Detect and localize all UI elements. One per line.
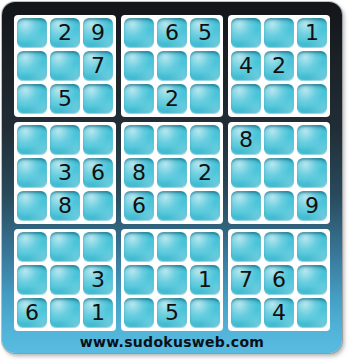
cell-r6c6[interactable]	[190, 191, 220, 221]
cell-r2c7: 4	[231, 51, 261, 81]
cell-r3c1[interactable]	[17, 84, 47, 114]
cell-r7c2[interactable]	[50, 232, 80, 262]
box-1-3: 142	[228, 15, 330, 117]
box-2-2: 826	[121, 122, 223, 224]
cell-r5c6: 2	[190, 158, 220, 188]
box-2-3: 89	[228, 122, 330, 224]
cell-r2c1[interactable]	[17, 51, 47, 81]
cell-r7c7[interactable]	[231, 232, 261, 262]
cell-r8c2[interactable]	[50, 265, 80, 295]
cell-r5c4: 8	[124, 158, 154, 188]
cell-r3c7[interactable]	[231, 84, 261, 114]
cell-r8c7: 7	[231, 265, 261, 295]
cell-r8c8: 6	[264, 265, 294, 295]
cell-r7c4[interactable]	[124, 232, 154, 262]
cell-r7c5[interactable]	[157, 232, 187, 262]
cell-r4c3[interactable]	[83, 125, 113, 155]
cell-r1c3: 9	[83, 18, 113, 48]
sudoku-widget: 29756521423688268936115764 www.sudokuswe…	[2, 2, 342, 353]
cell-r1c8[interactable]	[264, 18, 294, 48]
cell-r3c8[interactable]	[264, 84, 294, 114]
cell-r1c1[interactable]	[17, 18, 47, 48]
cell-r9c9[interactable]	[297, 298, 327, 328]
cell-r8c6: 1	[190, 265, 220, 295]
box-3-1: 361	[14, 229, 116, 331]
cell-r1c4[interactable]	[124, 18, 154, 48]
cell-r9c7[interactable]	[231, 298, 261, 328]
box-3-2: 15	[121, 229, 223, 331]
cell-r3c2: 5	[50, 84, 80, 114]
cell-r3c6[interactable]	[190, 84, 220, 114]
cell-r9c5: 5	[157, 298, 187, 328]
cell-r8c4[interactable]	[124, 265, 154, 295]
cell-r8c9[interactable]	[297, 265, 327, 295]
cell-r5c8[interactable]	[264, 158, 294, 188]
box-1-2: 652	[121, 15, 223, 117]
cell-r5c5[interactable]	[157, 158, 187, 188]
cell-r5c1[interactable]	[17, 158, 47, 188]
cell-r2c3: 7	[83, 51, 113, 81]
cell-r6c5[interactable]	[157, 191, 187, 221]
cell-r9c1: 6	[17, 298, 47, 328]
cell-r2c2[interactable]	[50, 51, 80, 81]
site-link[interactable]: www.sudokusweb.com	[14, 331, 330, 353]
cell-r4c1[interactable]	[17, 125, 47, 155]
cell-r4c2[interactable]	[50, 125, 80, 155]
cell-r5c3: 6	[83, 158, 113, 188]
cell-r6c7[interactable]	[231, 191, 261, 221]
cell-r1c6: 5	[190, 18, 220, 48]
cell-r6c3[interactable]	[83, 191, 113, 221]
cell-r6c1[interactable]	[17, 191, 47, 221]
cell-r4c8[interactable]	[264, 125, 294, 155]
cell-r2c8: 2	[264, 51, 294, 81]
cell-r2c9[interactable]	[297, 51, 327, 81]
cell-r9c6[interactable]	[190, 298, 220, 328]
cell-r1c5: 6	[157, 18, 187, 48]
cell-r4c6[interactable]	[190, 125, 220, 155]
cell-r7c6[interactable]	[190, 232, 220, 262]
cell-r9c4[interactable]	[124, 298, 154, 328]
cell-r7c1[interactable]	[17, 232, 47, 262]
cell-r3c5: 2	[157, 84, 187, 114]
cell-r1c2: 2	[50, 18, 80, 48]
box-2-1: 368	[14, 122, 116, 224]
cell-r2c4[interactable]	[124, 51, 154, 81]
cell-r2c6[interactable]	[190, 51, 220, 81]
box-1-1: 2975	[14, 15, 116, 117]
cell-r3c3[interactable]	[83, 84, 113, 114]
cell-r6c4: 6	[124, 191, 154, 221]
cell-r5c7[interactable]	[231, 158, 261, 188]
cell-r6c9: 9	[297, 191, 327, 221]
cell-r7c9[interactable]	[297, 232, 327, 262]
cell-r2c5[interactable]	[157, 51, 187, 81]
cell-r1c9: 1	[297, 18, 327, 48]
box-3-3: 764	[228, 229, 330, 331]
cell-r7c3[interactable]	[83, 232, 113, 262]
cell-r8c3: 3	[83, 265, 113, 295]
cell-r3c4[interactable]	[124, 84, 154, 114]
cell-r4c7: 8	[231, 125, 261, 155]
cell-r8c1[interactable]	[17, 265, 47, 295]
cell-r4c4[interactable]	[124, 125, 154, 155]
cell-r4c5[interactable]	[157, 125, 187, 155]
cell-r4c9[interactable]	[297, 125, 327, 155]
cell-r7c8[interactable]	[264, 232, 294, 262]
cell-r5c9[interactable]	[297, 158, 327, 188]
cell-r6c2: 8	[50, 191, 80, 221]
cell-r9c2[interactable]	[50, 298, 80, 328]
cell-r3c9[interactable]	[297, 84, 327, 114]
cell-r9c8: 4	[264, 298, 294, 328]
cell-r1c7[interactable]	[231, 18, 261, 48]
cell-r9c3: 1	[83, 298, 113, 328]
sudoku-board: 29756521423688268936115764	[14, 15, 330, 331]
cell-r6c8[interactable]	[264, 191, 294, 221]
cell-r8c5[interactable]	[157, 265, 187, 295]
cell-r5c2: 3	[50, 158, 80, 188]
